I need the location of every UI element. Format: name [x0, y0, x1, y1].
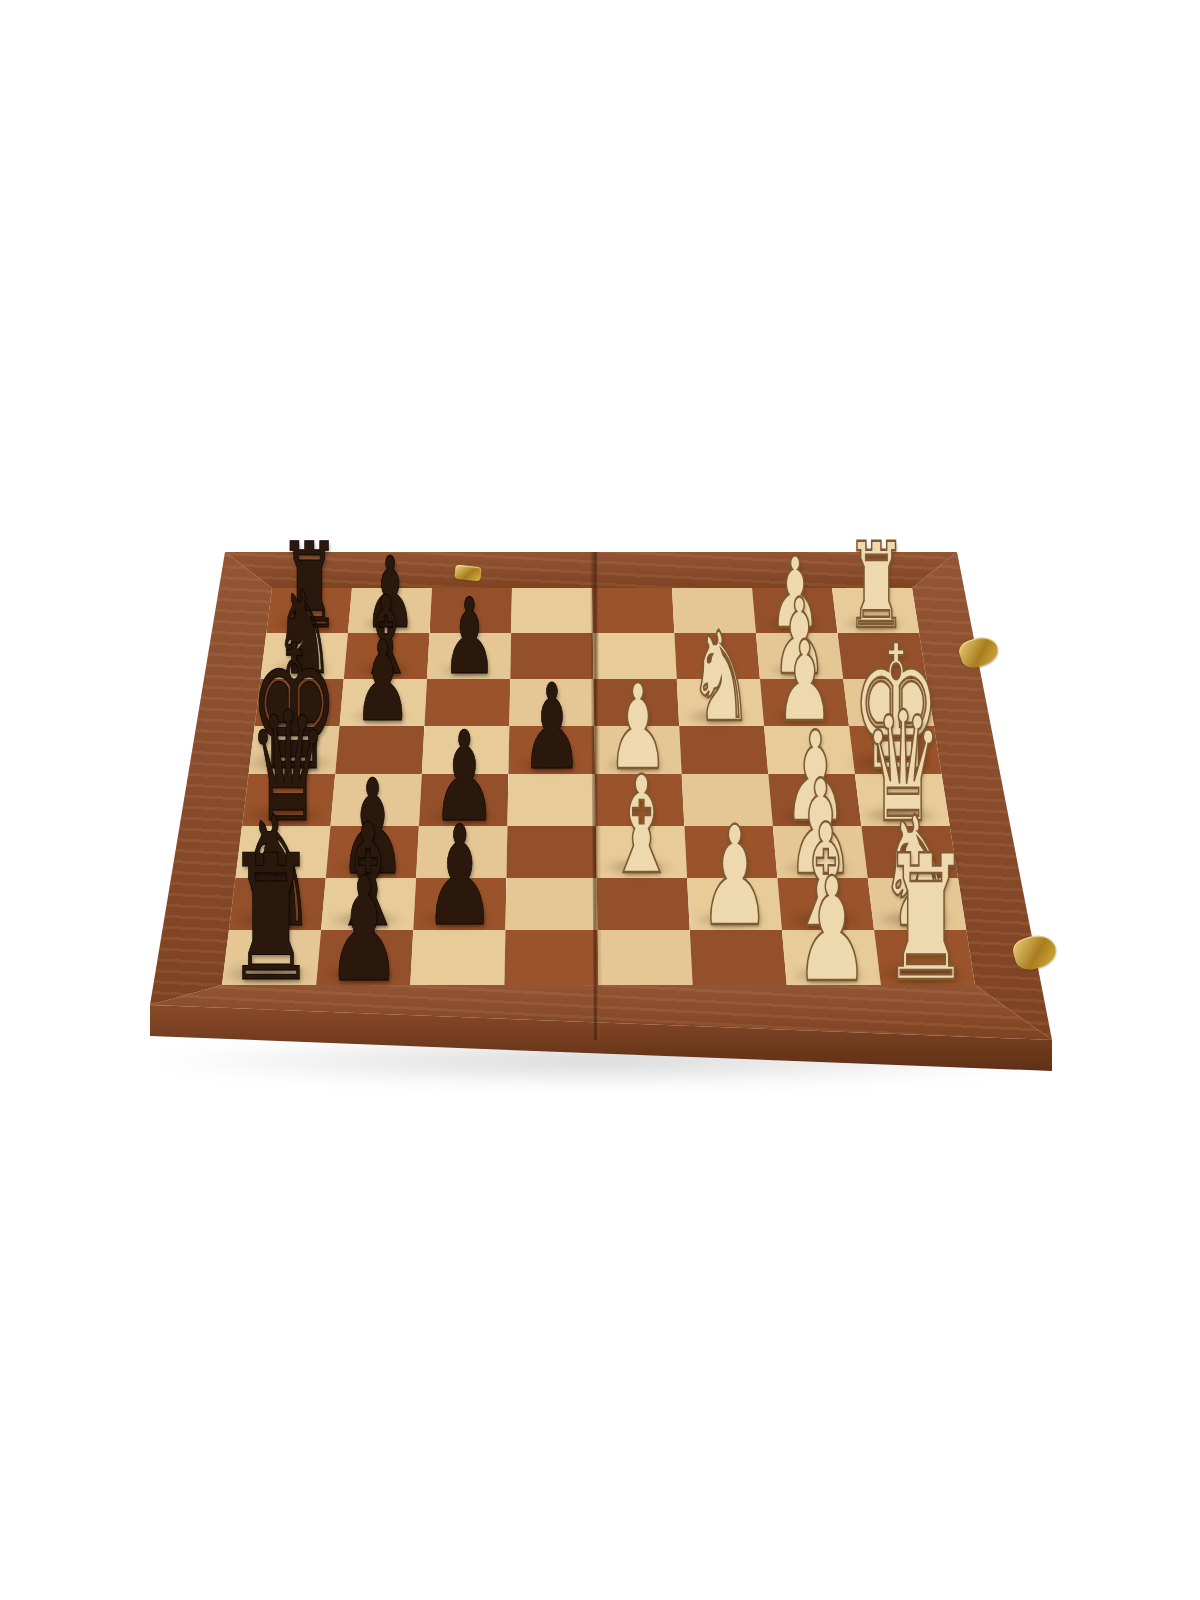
- piece-black-pawn-b6[interactable]: ♟: [420, 808, 500, 946]
- piece-black-pawn-f7[interactable]: ♟: [351, 626, 416, 737]
- piece-white-pawn-a2[interactable]: ♟: [790, 858, 874, 1002]
- chess-photo-scene: HHGGFFEEDDCCBBAA8877665544332211♜♟♟♜♞♝♟♟…: [0, 0, 1200, 1600]
- piece-black-pawn-e5[interactable]: ♟: [518, 669, 586, 787]
- piece-white-knight-f3[interactable]: ♞: [685, 616, 757, 740]
- piece-white-pawn-b3[interactable]: ♟: [695, 808, 775, 946]
- square-a5[interactable]: [504, 930, 598, 985]
- piece-black-rook-a8[interactable]: ♜: [220, 833, 321, 1007]
- piece-white-rook-a1[interactable]: ♜: [875, 833, 976, 1007]
- piece-black-pawn-g6[interactable]: ♟: [439, 585, 500, 690]
- piece-white-bishop-c4[interactable]: ♝: [602, 758, 680, 893]
- square-h5[interactable]: [511, 588, 593, 633]
- square-c5[interactable]: [506, 826, 596, 878]
- square-b5[interactable]: [505, 878, 597, 930]
- square-h4[interactable]: [592, 588, 674, 633]
- piece-black-pawn-a7[interactable]: ♟: [323, 858, 407, 1002]
- square-a4[interactable]: [598, 930, 693, 985]
